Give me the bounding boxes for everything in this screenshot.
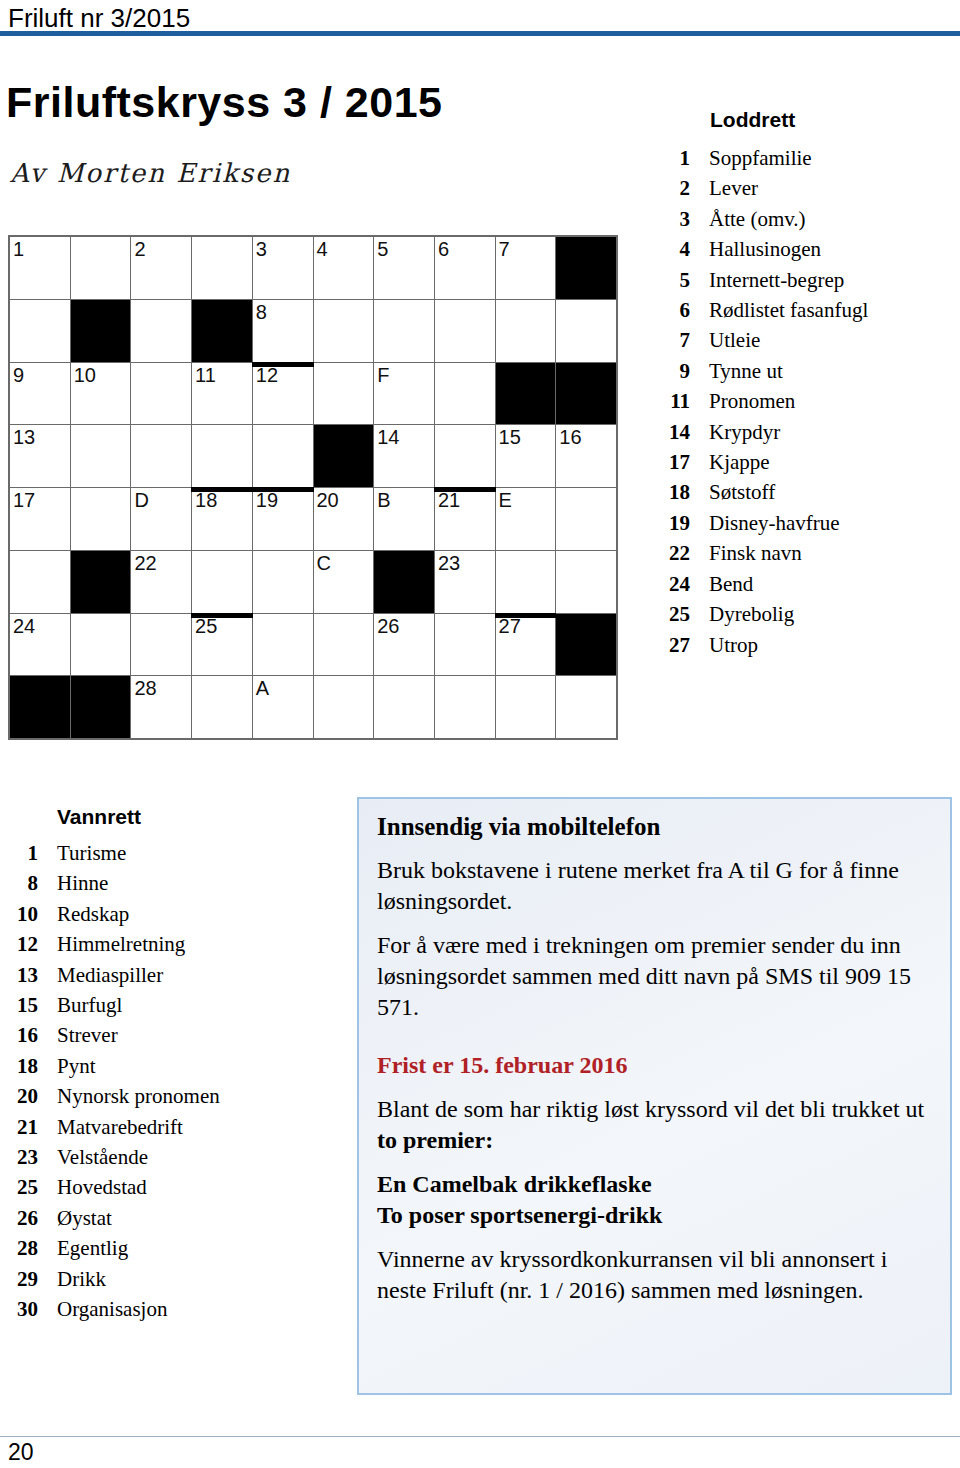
down-clue-1: 1Soppfamilie [640,143,960,173]
cell-r3c8[interactable] [435,363,495,425]
cell-r5c7[interactable]: B [374,488,434,550]
cell-r2c1[interactable] [10,300,70,362]
info-paragraph-letters: Bruk bokstavene i rutene merket fra A ti… [377,855,932,917]
black-cell-r8c2 [71,676,131,738]
clue-text: Pronomen [709,386,795,416]
clue-text: Mediaspiller [57,960,163,990]
clue-text: Søtstoff [709,477,775,507]
clue-number-28: 28 [134,676,156,700]
clue-text: Hinne [57,868,108,898]
solution-letter-D: D [134,488,148,512]
clue-number: 14 [640,417,690,447]
cell-r5c4[interactable]: 18 [192,488,252,550]
cell-r6c5[interactable] [253,551,313,613]
black-cell-r3c9 [496,363,556,425]
clue-text: Rødlistet fasanfugl [709,295,868,325]
cell-r5c9[interactable]: E [496,488,556,550]
cell-r6c4[interactable] [192,551,252,613]
clue-number: 3 [640,204,690,234]
down-clues-list: 1Soppfamilie2Lever3Åtte (omv.)4Hallusino… [640,143,960,660]
clue-number-4: 4 [317,237,328,261]
clue-text: Finsk navn [709,538,802,568]
info-paragraph-winners: Vinnerne av kryssordkonkurransen vil bli… [377,1244,932,1306]
clue-number: 4 [640,234,690,264]
cell-r8c9[interactable] [496,676,556,738]
across-clue-20: 20Nynorsk pronomen [4,1081,354,1111]
across-clue-28: 28Egentlig [4,1233,354,1263]
across-clue-29: 29Drikk [4,1264,354,1294]
page-number: 20 [8,1439,34,1466]
clue-number: 16 [4,1020,38,1050]
across-clue-8: 8Hinne [4,868,354,898]
down-clue-11: 11Pronomen [640,386,960,416]
clue-number: 19 [640,508,690,538]
clue-number: 5 [640,265,690,295]
across-clue-12: 12Himmelretning [4,929,354,959]
clue-text: Utrop [709,630,758,660]
clue-number: 25 [640,599,690,629]
cell-r7c6[interactable] [314,614,374,676]
clue-number-5: 5 [377,237,388,261]
clue-number-13: 13 [13,425,35,449]
across-clues-section: Vannrett 1Turisme8Hinne10Redskap12Himmel… [4,805,354,1325]
cell-r3c6[interactable] [314,363,374,425]
cell-r4c4[interactable] [192,425,252,487]
clue-number: 28 [4,1233,38,1263]
down-clues-title: Loddrett [710,108,960,132]
black-cell-r1c10 [556,237,616,299]
clue-number-26: 26 [377,614,399,638]
clue-number: 2 [640,173,690,203]
clue-number: 1 [640,143,690,173]
cell-r7c5[interactable] [253,614,313,676]
clue-text: Dyrebolig [709,599,794,629]
info-paragraph-sms: For å være med i trekningen om premier s… [377,930,932,1023]
cell-r2c9[interactable] [496,300,556,362]
clue-number-22: 22 [134,551,156,575]
cell-r6c3[interactable]: 22 [131,551,191,613]
prize-list: En Camelbak drikkeflaskeTo poser sportse… [377,1169,932,1231]
info-box-title: Innsendig via mobiltelefon [377,812,932,842]
cell-r8c7[interactable] [374,676,434,738]
clue-number: 1 [4,838,38,868]
down-clue-22: 22Finsk navn [640,538,960,568]
across-clue-30: 30Organisasjon [4,1294,354,1324]
clue-number-11: 11 [195,363,216,387]
cell-r3c2[interactable]: 10 [71,363,131,425]
cell-r2c6[interactable] [314,300,374,362]
cell-r1c1[interactable]: 1 [10,237,70,299]
clue-text: Nynorsk pronomen [57,1081,220,1111]
clue-number-7: 7 [499,237,510,261]
cell-r6c1[interactable] [10,551,70,613]
clue-text: Drikk [57,1264,106,1294]
clue-text: Internett-begrep [709,265,844,295]
cell-r7c1[interactable]: 24 [10,614,70,676]
black-cell-r6c2 [71,551,131,613]
clue-text: Åtte (omv.) [709,204,806,234]
header-rule [0,31,960,36]
across-clue-25: 25Hovedstad [4,1172,354,1202]
info-paragraph-prizes-intro: Blant de som har riktig løst kryssord vi… [377,1094,932,1156]
cell-r4c7[interactable]: 14 [374,425,434,487]
black-cell-r7c10 [556,614,616,676]
down-clue-4: 4Hallusinogen [640,234,960,264]
cell-r1c4[interactable] [192,237,252,299]
deadline-text: Frist er 15. februar 2016 [377,1050,932,1081]
down-clue-2: 2Lever [640,173,960,203]
across-clue-1: 1Turisme [4,838,354,868]
clue-number: 9 [640,356,690,386]
clue-text: Pynt [57,1051,96,1081]
solution-letter-B: B [377,488,390,512]
clue-number-12: 12 [256,363,278,387]
cell-r3c1[interactable]: 9 [10,363,70,425]
cell-r6c9[interactable] [496,551,556,613]
down-clue-17: 17Kjappe [640,447,960,477]
across-clues-list: 1Turisme8Hinne10Redskap12Himmelretning13… [4,838,354,1325]
cell-r3c3[interactable] [131,363,191,425]
crossword-grid: 123456789101112F1314151617D181920B21E22C… [8,235,618,740]
black-cell-r2c2 [71,300,131,362]
clue-number: 29 [4,1264,38,1294]
cell-r3c7[interactable]: F [374,363,434,425]
clue-number-15: 15 [499,425,521,449]
down-clue-25: 25Dyrebolig [640,599,960,629]
down-clue-3: 3Åtte (omv.) [640,204,960,234]
cell-r4c5[interactable] [253,425,313,487]
cell-r2c7[interactable] [374,300,434,362]
cell-r7c9[interactable]: 27 [496,614,556,676]
cell-r8c10[interactable] [556,676,616,738]
clue-number: 18 [640,477,690,507]
down-clues-section: Loddrett 1Soppfamilie2Lever3Åtte (omv.)4… [640,108,960,660]
across-clue-21: 21Matvarebedrift [4,1112,354,1142]
clue-number: 13 [4,960,38,990]
cell-r8c4[interactable] [192,676,252,738]
clue-number-19: 19 [256,488,278,512]
clue-number-18: 18 [195,488,217,512]
down-clue-27: 27Utrop [640,630,960,660]
black-cell-r6c7 [374,551,434,613]
clue-text: Strever [57,1020,118,1050]
clue-number: 7 [640,325,690,355]
cell-r2c8[interactable] [435,300,495,362]
clue-number-23: 23 [438,551,460,575]
black-cell-r8c1 [10,676,70,738]
cell-r2c5[interactable]: 8 [253,300,313,362]
clue-number-16: 16 [559,425,581,449]
down-clue-7: 7Utleie [640,325,960,355]
cell-r7c4[interactable]: 25 [192,614,252,676]
running-header: Friluft nr 3/2015 [8,4,190,32]
cell-r7c8[interactable] [435,614,495,676]
clue-number: 25 [4,1172,38,1202]
clue-text: Himmelretning [57,929,185,959]
clue-number: 10 [4,899,38,929]
author-byline: Av Morten Eriksen [10,158,291,188]
clue-text: Utleie [709,325,760,355]
clue-text: Soppfamilie [709,143,812,173]
cell-r4c3[interactable] [131,425,191,487]
down-clue-24: 24Bend [640,569,960,599]
cell-r3c5[interactable]: 12 [253,363,313,425]
clue-number-21: 21 [438,488,460,512]
clue-text: Matvarebedrift [57,1112,183,1142]
clue-number-3: 3 [256,237,267,261]
cell-r7c7[interactable]: 26 [374,614,434,676]
clue-text: Tynne ut [709,356,783,386]
solution-letter-A: A [256,676,269,700]
down-clue-19: 19Disney-havfrue [640,508,960,538]
cell-r7c3[interactable] [131,614,191,676]
cell-r1c2[interactable] [71,237,131,299]
clue-number: 27 [640,630,690,660]
clue-text: Hallusinogen [709,234,821,264]
across-clues-title: Vannrett [57,805,354,829]
clue-text: Kjappe [709,447,770,477]
cell-r1c8[interactable]: 6 [435,237,495,299]
cell-r8c3[interactable]: 28 [131,676,191,738]
cell-r2c3[interactable] [131,300,191,362]
clue-text: Bend [709,569,753,599]
clue-number: 20 [4,1081,38,1111]
cell-r2c10[interactable] [556,300,616,362]
clue-number: 24 [640,569,690,599]
cell-r4c1[interactable]: 13 [10,425,70,487]
clue-text: Lever [709,173,758,203]
magazine-page: Friluft nr 3/2015 Friluftskryss 3 / 2015… [0,0,960,1468]
cell-r7c2[interactable] [71,614,131,676]
clue-number: 18 [4,1051,38,1081]
cell-r4c8[interactable] [435,425,495,487]
cell-r8c5[interactable]: A [253,676,313,738]
clue-number-24: 24 [13,614,35,638]
clue-number: 15 [4,990,38,1020]
black-cell-r4c6 [314,425,374,487]
prize-1: En Camelbak drikkeflaske [377,1171,652,1197]
clue-number: 17 [640,447,690,477]
cell-r4c2[interactable] [71,425,131,487]
clue-number: 8 [4,868,38,898]
black-cell-r2c4 [192,300,252,362]
clue-number: 11 [640,386,690,416]
cell-r6c8[interactable]: 23 [435,551,495,613]
clue-number: 30 [4,1294,38,1324]
clue-number-2: 2 [134,237,145,261]
cell-r5c10[interactable] [556,488,616,550]
down-clue-14: 14Krypdyr [640,417,960,447]
across-clue-16: 16Strever [4,1020,354,1050]
cell-r3c4[interactable]: 11 [192,363,252,425]
clue-number-20: 20 [317,488,339,512]
down-clue-9: 9Tynne ut [640,356,960,386]
clue-text: Organisasjon [57,1294,167,1324]
clue-text: Krypdyr [709,417,780,447]
across-clue-23: 23Velstående [4,1142,354,1172]
clue-number: 23 [4,1142,38,1172]
solution-letter-F: F [377,363,389,387]
down-clue-18: 18Søtstoff [640,477,960,507]
across-clue-13: 13Mediaspiller [4,960,354,990]
solution-letter-E: E [499,488,512,512]
across-clue-26: 26Øystat [4,1203,354,1233]
clue-number-17: 17 [13,488,35,512]
cell-r5c2[interactable] [71,488,131,550]
black-cell-r3c10 [556,363,616,425]
clue-text: Øystat [57,1203,112,1233]
contest-info-box: Innsendig via mobiltelefon Bruk bokstave… [357,797,952,1395]
cell-r8c6[interactable] [314,676,374,738]
cell-r1c6[interactable]: 4 [314,237,374,299]
clue-number: 26 [4,1203,38,1233]
cell-r5c1[interactable]: 17 [10,488,70,550]
cell-r1c5[interactable]: 3 [253,237,313,299]
clue-text: Velstående [57,1142,148,1172]
cell-r4c10[interactable]: 16 [556,425,616,487]
clue-number: 6 [640,295,690,325]
cell-r5c8[interactable]: 21 [435,488,495,550]
clue-number-6: 6 [438,237,449,261]
cell-r6c10[interactable] [556,551,616,613]
clue-number-14: 14 [377,425,399,449]
clue-text: Hovedstad [57,1172,147,1202]
cell-r5c3[interactable]: D [131,488,191,550]
clue-number: 21 [4,1112,38,1142]
clue-number-25: 25 [195,614,217,638]
cell-r1c7[interactable]: 5 [374,237,434,299]
page-title: Friluftskryss 3 / 2015 [6,78,442,127]
clue-text: Disney-havfrue [709,508,840,538]
clue-number-1: 1 [13,237,24,261]
footer-rule [0,1436,960,1437]
down-clue-6: 6Rødlistet fasanfugl [640,295,960,325]
clue-number-27: 27 [499,614,521,638]
clue-number-8: 8 [256,300,267,324]
cell-r5c6[interactable]: 20 [314,488,374,550]
cell-r4c9[interactable]: 15 [496,425,556,487]
across-clue-18: 18Pynt [4,1051,354,1081]
across-clue-15: 15Burfugl [4,990,354,1020]
clue-number-9: 9 [13,363,24,387]
down-clue-5: 5Internett-begrep [640,265,960,295]
clue-text: Turisme [57,838,126,868]
clue-text: Redskap [57,899,129,929]
cell-r1c3[interactable]: 2 [131,237,191,299]
cell-r6c6[interactable]: C [314,551,374,613]
clue-number-10: 10 [74,363,96,387]
solution-letter-C: C [317,551,331,575]
clue-number: 22 [640,538,690,568]
prize-2: To poser sportsenergi-drikk [377,1202,662,1228]
cell-r5c5[interactable]: 19 [253,488,313,550]
clue-text: Egentlig [57,1233,128,1263]
clue-number: 12 [4,929,38,959]
clue-text: Burfugl [57,990,122,1020]
cell-r8c8[interactable] [435,676,495,738]
cell-r1c9[interactable]: 7 [496,237,556,299]
across-clue-10: 10Redskap [4,899,354,929]
